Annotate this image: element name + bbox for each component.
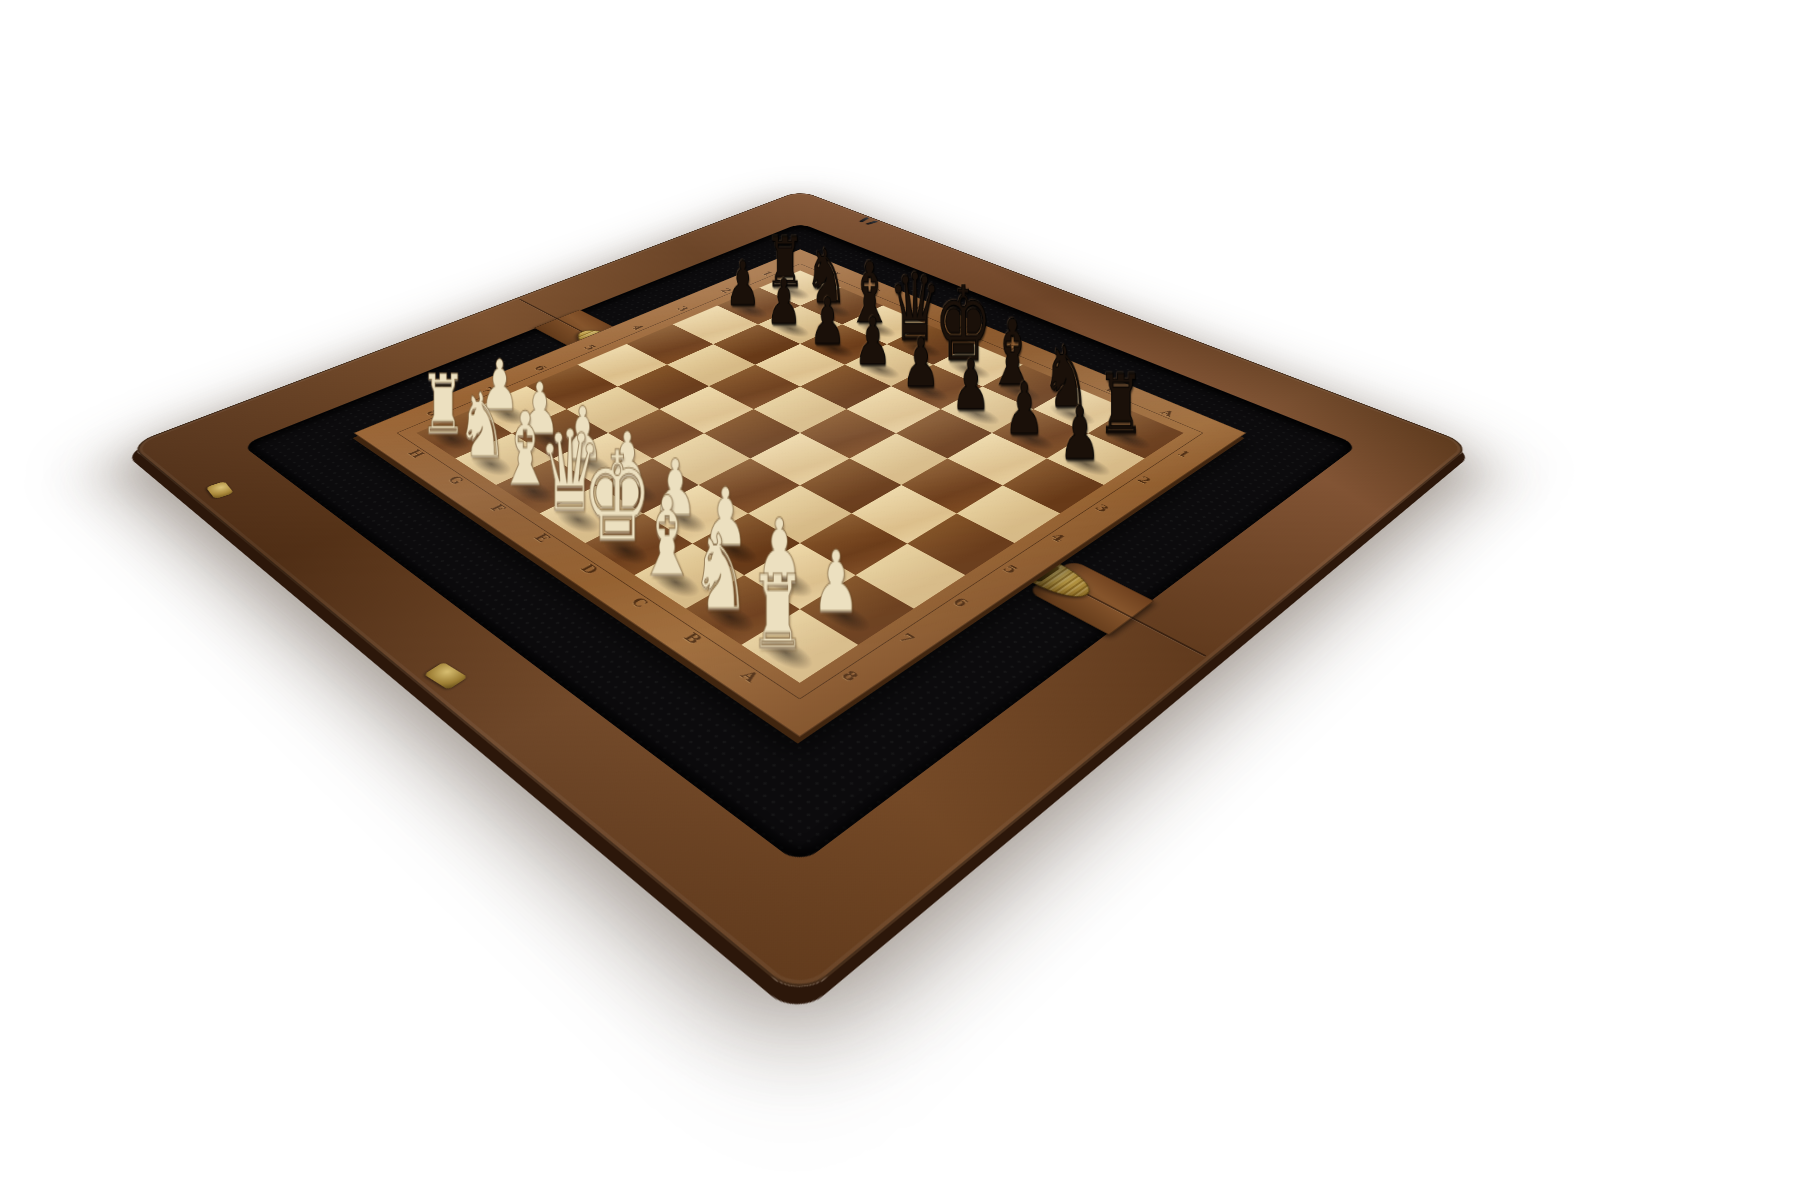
piece-glyph: ♜ (1098, 367, 1144, 442)
piece-glyph: ♜ (749, 566, 806, 659)
perspective-wrapper: HH11GG22FF33EE44DD55CC66BB77AA88 ♜♞♝♚♛♝♞… (0, 0, 1800, 1200)
case-latch-icon (424, 662, 468, 690)
piece-glyph: ♟ (902, 332, 940, 394)
chess-board: HH11GG22FF33EE44DD55CC66BB77AA88 ♜♞♝♚♛♝♞… (354, 249, 1247, 737)
piece-glyph: ♟ (809, 292, 845, 351)
piece-glyph: ♟ (952, 354, 991, 418)
piece-glyph: ♟ (1060, 401, 1101, 468)
piece-glyph: ♟ (855, 312, 892, 373)
case-clasp-icon (206, 481, 234, 499)
piece-glyph: ♟ (726, 256, 761, 312)
piece-glyph: ♝ (636, 486, 698, 587)
photo-stage: HH11GG22FF33EE44DD55CC66BB77AA88 ♜♞♝♚♛♝♞… (0, 0, 1800, 1200)
piece-glyph: ♞ (691, 526, 750, 621)
hinge-prongs-icon (854, 216, 883, 228)
rank-label-east: 1 (1174, 448, 1194, 459)
wooden-case: HH11GG22FF33EE44DD55CC66BB77AA88 ♜♞♝♚♛♝♞… (128, 190, 1472, 1000)
file-label-south: H (404, 448, 428, 460)
piece-glyph: ♟ (767, 274, 803, 332)
piece-glyph: ♟ (1004, 377, 1044, 443)
piece-glyph: ♟ (812, 544, 860, 622)
